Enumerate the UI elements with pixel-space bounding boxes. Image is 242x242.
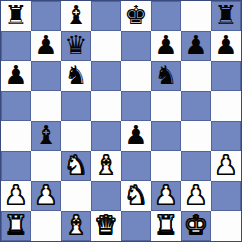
square-g3[interactable] [181,151,211,181]
square-a7[interactable] [1,31,31,61]
square-f3[interactable] [151,151,181,181]
square-h7[interactable]: ♟ [211,31,241,61]
piece-white-rook[interactable]: ♜ [4,212,27,238]
piece-black-rook[interactable]: ♜ [214,2,237,28]
square-e7[interactable] [121,31,151,61]
piece-white-knight[interactable]: ♞ [124,182,147,208]
square-a6[interactable]: ♟ [1,61,31,91]
square-f8[interactable] [151,1,181,31]
square-d1[interactable]: ♛ [91,211,121,241]
square-e5[interactable] [121,91,151,121]
piece-white-pawn[interactable]: ♟ [184,182,207,208]
square-f4[interactable] [151,121,181,151]
square-c3[interactable]: ♞ [61,151,91,181]
piece-black-pawn[interactable]: ♟ [214,32,237,58]
piece-black-pawn[interactable]: ♟ [4,62,27,88]
piece-white-pawn[interactable]: ♟ [214,152,237,178]
square-a3[interactable] [1,151,31,181]
square-d8[interactable] [91,1,121,31]
square-h5[interactable] [211,91,241,121]
square-b4[interactable]: ♝ [31,121,61,151]
square-h2[interactable] [211,181,241,211]
piece-black-bishop[interactable]: ♝ [64,2,87,28]
piece-black-pawn[interactable]: ♟ [124,122,147,148]
square-c5[interactable] [61,91,91,121]
piece-black-knight[interactable]: ♞ [154,62,177,88]
square-f7[interactable]: ♟ [151,31,181,61]
square-e4[interactable]: ♟ [121,121,151,151]
square-c4[interactable] [61,121,91,151]
square-e1[interactable] [121,211,151,241]
square-f6[interactable]: ♞ [151,61,181,91]
square-d5[interactable] [91,91,121,121]
square-h3[interactable]: ♟ [211,151,241,181]
square-d7[interactable] [91,31,121,61]
square-a1[interactable]: ♜ [1,211,31,241]
piece-white-pawn[interactable]: ♟ [154,182,177,208]
square-c1[interactable]: ♝ [61,211,91,241]
square-d4[interactable] [91,121,121,151]
square-e3[interactable] [121,151,151,181]
chess-board: ♜♝♚♜♟♛♟♟♟♟♞♞♝♟♞♝♟♟♟♞♟♟♜♝♛♜♚ [0,0,242,242]
piece-black-knight[interactable]: ♞ [64,62,87,88]
square-f5[interactable] [151,91,181,121]
square-h6[interactable] [211,61,241,91]
square-g7[interactable]: ♟ [181,31,211,61]
square-d2[interactable] [91,181,121,211]
square-e6[interactable] [121,61,151,91]
square-c6[interactable]: ♞ [61,61,91,91]
square-a8[interactable]: ♜ [1,1,31,31]
square-g1[interactable]: ♚ [181,211,211,241]
square-g8[interactable] [181,1,211,31]
square-b8[interactable] [31,1,61,31]
square-h1[interactable] [211,211,241,241]
piece-white-bishop[interactable]: ♝ [94,152,117,178]
square-e8[interactable]: ♚ [121,1,151,31]
square-f1[interactable]: ♜ [151,211,181,241]
square-f2[interactable]: ♟ [151,181,181,211]
square-b1[interactable] [31,211,61,241]
square-b6[interactable] [31,61,61,91]
square-d6[interactable] [91,61,121,91]
square-d3[interactable]: ♝ [91,151,121,181]
piece-white-pawn[interactable]: ♟ [4,182,27,208]
square-c7[interactable]: ♛ [61,31,91,61]
square-g4[interactable] [181,121,211,151]
piece-white-rook[interactable]: ♜ [154,212,177,238]
square-c2[interactable] [61,181,91,211]
square-g2[interactable]: ♟ [181,181,211,211]
piece-black-pawn[interactable]: ♟ [154,32,177,58]
piece-black-bishop[interactable]: ♝ [34,122,57,148]
square-e2[interactable]: ♞ [121,181,151,211]
square-a5[interactable] [1,91,31,121]
piece-black-pawn[interactable]: ♟ [34,32,57,58]
square-h4[interactable] [211,121,241,151]
piece-black-rook[interactable]: ♜ [4,2,27,28]
piece-white-bishop[interactable]: ♝ [64,212,87,238]
square-a4[interactable] [1,121,31,151]
square-b3[interactable] [31,151,61,181]
square-g6[interactable] [181,61,211,91]
square-b2[interactable]: ♟ [31,181,61,211]
piece-white-king[interactable]: ♚ [184,212,207,238]
piece-white-queen[interactable]: ♛ [94,212,117,238]
square-g5[interactable] [181,91,211,121]
piece-white-knight[interactable]: ♞ [64,152,87,178]
square-b7[interactable]: ♟ [31,31,61,61]
square-h8[interactable]: ♜ [211,1,241,31]
piece-black-king[interactable]: ♚ [124,2,147,28]
piece-white-pawn[interactable]: ♟ [34,182,57,208]
square-b5[interactable] [31,91,61,121]
piece-black-queen[interactable]: ♛ [64,32,87,58]
square-a2[interactable]: ♟ [1,181,31,211]
piece-black-pawn[interactable]: ♟ [184,32,207,58]
square-c8[interactable]: ♝ [61,1,91,31]
